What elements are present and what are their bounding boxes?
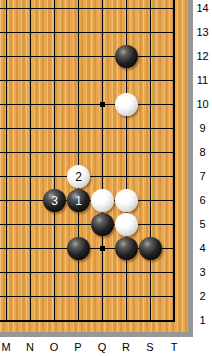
grid-line-col-N — [30, 0, 31, 322]
row-label-12: 12 — [193, 49, 212, 63]
black-stone-S4[interactable] — [139, 237, 162, 260]
col-label-T: T — [164, 340, 184, 354]
grid-line-row-14 — [0, 8, 175, 9]
grid-line-row-3 — [0, 272, 175, 273]
col-label-O: O — [44, 340, 64, 354]
col-label-N: N — [20, 340, 40, 354]
grid-line-row-10 — [0, 104, 175, 105]
col-label-Q: Q — [92, 340, 112, 354]
row-label-7: 7 — [193, 169, 212, 183]
row-label-5: 5 — [193, 217, 212, 231]
white-stone-R5[interactable] — [115, 213, 138, 236]
row-label-1: 1 — [193, 313, 212, 327]
grid-line-col-S — [150, 0, 151, 322]
row-label-14: 14 — [193, 1, 212, 15]
white-stone-P7[interactable]: 2 — [67, 165, 90, 188]
star-point-Q10 — [100, 102, 105, 107]
black-stone-P4[interactable] — [67, 237, 90, 260]
row-label-4: 4 — [193, 241, 212, 255]
move-number-3: 3 — [51, 195, 58, 207]
grid-line-col-T — [173, 0, 175, 322]
row-label-13: 13 — [193, 25, 212, 39]
star-point-Q4 — [100, 246, 105, 251]
black-stone-Q5[interactable] — [91, 213, 114, 236]
row-label-9: 9 — [193, 121, 212, 135]
grid-line-row-11 — [0, 80, 175, 81]
move-number-1: 1 — [75, 195, 82, 207]
move-number-2: 2 — [75, 171, 82, 183]
grid-line-col-O — [54, 0, 55, 322]
col-label-M: M — [0, 340, 16, 354]
row-label-8: 8 — [193, 145, 212, 159]
white-stone-R6[interactable] — [115, 189, 138, 212]
black-stone-P6[interactable]: 1 — [67, 189, 90, 212]
grid-line-col-Q — [102, 0, 103, 322]
black-stone-R4[interactable] — [115, 237, 138, 260]
row-label-3: 3 — [193, 265, 212, 279]
grid-line-col-M — [6, 0, 7, 322]
grid-line-row-8 — [0, 152, 175, 153]
go-diagram: 231 1413121110987654321 MNOPQRST — [0, 0, 212, 356]
grid-line-row-13 — [0, 32, 175, 33]
white-stone-Q6[interactable] — [91, 189, 114, 212]
grid-line-col-P — [78, 0, 79, 322]
black-stone-R12[interactable] — [115, 45, 138, 68]
grid-line-row-9 — [0, 128, 175, 129]
grid-line-row-5 — [0, 224, 175, 225]
row-label-11: 11 — [193, 73, 212, 87]
col-label-S: S — [140, 340, 160, 354]
row-label-6: 6 — [193, 193, 212, 207]
grid-line-row-12 — [0, 56, 175, 57]
black-stone-O6[interactable]: 3 — [43, 189, 66, 212]
col-label-R: R — [116, 340, 136, 354]
grid-line-row-2 — [0, 296, 175, 297]
white-stone-R10[interactable] — [115, 93, 138, 116]
go-board[interactable]: 231 — [0, 0, 193, 337]
grid-line-row-1 — [0, 320, 175, 322]
row-label-10: 10 — [193, 97, 212, 111]
col-label-P: P — [68, 340, 88, 354]
row-label-2: 2 — [193, 289, 212, 303]
